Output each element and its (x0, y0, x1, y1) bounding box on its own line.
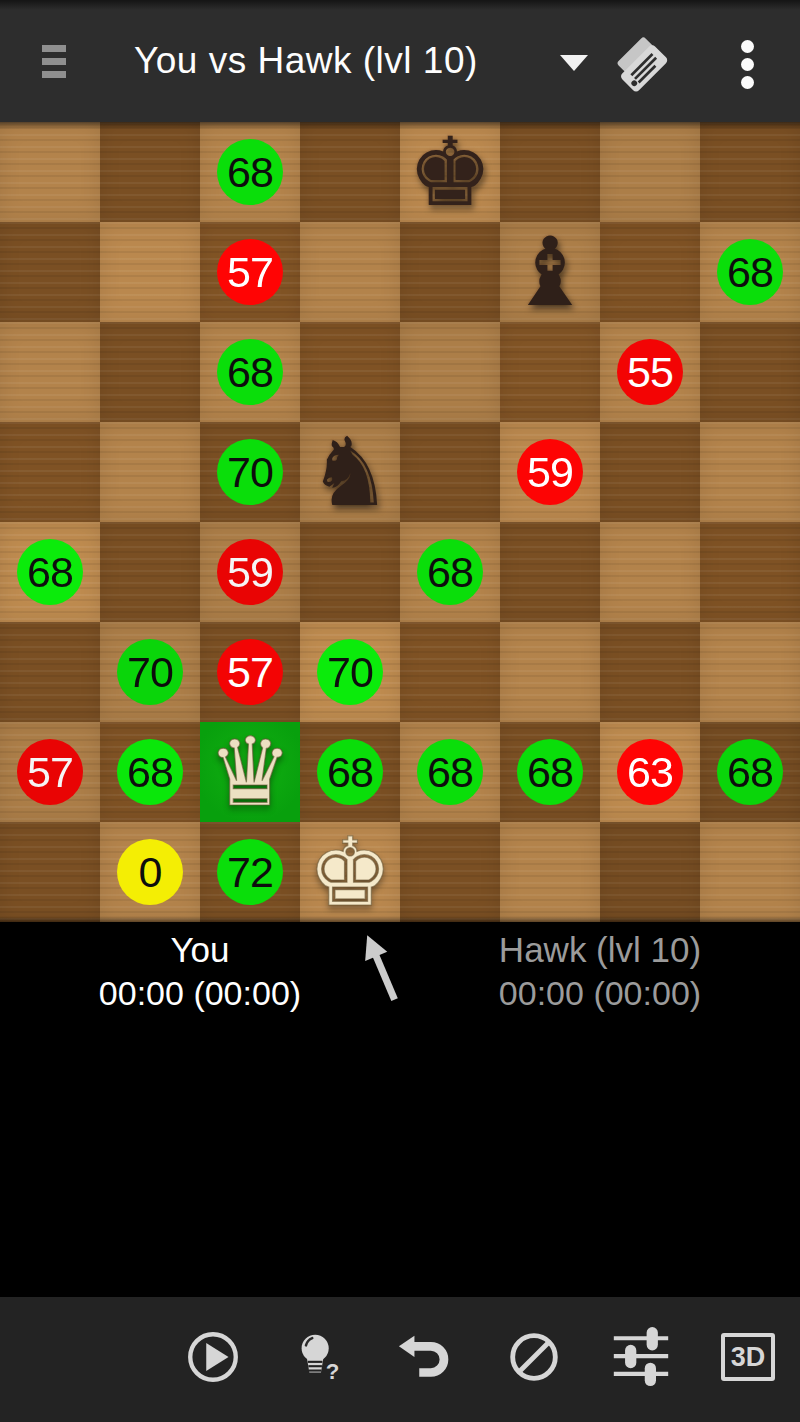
move-hint-g2: 63 (617, 739, 683, 805)
square-g4[interactable] (600, 522, 700, 622)
square-a3[interactable] (0, 622, 100, 722)
piece-white-king: ♚ (300, 822, 400, 922)
square-h7[interactable]: 68 (700, 222, 800, 322)
square-g6[interactable]: 55 (600, 322, 700, 422)
square-h6[interactable] (700, 322, 800, 422)
piece-black-knight: ♞ (300, 422, 400, 522)
move-hint-g6: 55 (617, 339, 683, 405)
square-a6[interactable] (0, 322, 100, 422)
square-b7[interactable] (100, 222, 200, 322)
square-a4[interactable]: 68 (0, 522, 100, 622)
move-hint-c8: 68 (217, 139, 283, 205)
square-g8[interactable] (600, 122, 700, 222)
square-g7[interactable] (600, 222, 700, 322)
square-e5[interactable] (400, 422, 500, 522)
black-player-block: Hawk (lvl 10) 00:00 (00:00) (400, 928, 800, 1014)
square-b5[interactable] (100, 422, 200, 522)
black-player-clock: 00:00 (00:00) (400, 972, 800, 1014)
square-b4[interactable] (100, 522, 200, 622)
square-c5[interactable]: 70 (200, 422, 300, 522)
square-d2[interactable]: 68 (300, 722, 400, 822)
square-g1[interactable] (600, 822, 700, 922)
svg-text:?: ? (326, 1359, 340, 1384)
hamburger-menu-icon[interactable] (42, 45, 66, 78)
square-a8[interactable] (0, 122, 100, 222)
square-f8[interactable] (500, 122, 600, 222)
square-c8[interactable]: 68 (200, 122, 300, 222)
square-h1[interactable] (700, 822, 800, 922)
piece-black-bishop: ♝ (500, 222, 600, 322)
chess-board: 68♚57♝68685570♞596859687057705768♛686868… (0, 122, 800, 922)
square-b6[interactable] (100, 322, 200, 422)
square-e3[interactable] (400, 622, 500, 722)
square-h4[interactable] (700, 522, 800, 622)
move-hint-c5: 70 (217, 439, 283, 505)
piece-white-queen: ♛ (200, 722, 300, 822)
square-h2[interactable]: 68 (700, 722, 800, 822)
square-e4[interactable]: 68 (400, 522, 500, 622)
square-d5[interactable]: ♞ (300, 422, 400, 522)
tags-icon[interactable] (606, 28, 672, 98)
piece-black-king: ♚ (400, 122, 500, 222)
square-f4[interactable] (500, 522, 600, 622)
move-hint-a4: 68 (17, 539, 83, 605)
square-b1[interactable]: 0 (100, 822, 200, 922)
square-c4[interactable]: 59 (200, 522, 300, 622)
move-hint-d3: 70 (317, 639, 383, 705)
move-hint-c3: 57 (217, 639, 283, 705)
bottom-toolbar: ? 3D (0, 1297, 800, 1422)
move-hint-h7: 68 (717, 239, 783, 305)
square-c7[interactable]: 57 (200, 222, 300, 322)
square-e6[interactable] (400, 322, 500, 422)
square-b3[interactable]: 70 (100, 622, 200, 722)
settings-button[interactable] (609, 1325, 673, 1389)
undo-arrow-icon (396, 1326, 458, 1388)
kebab-menu-icon[interactable] (734, 40, 760, 94)
play-button[interactable] (181, 1325, 245, 1389)
move-hint-f2: 68 (517, 739, 583, 805)
abort-button[interactable] (502, 1325, 566, 1389)
move-hint-b2: 68 (117, 739, 183, 805)
square-c3[interactable]: 57 (200, 622, 300, 722)
hint-button[interactable]: ? (288, 1325, 352, 1389)
move-hint-e2: 68 (417, 739, 483, 805)
square-a5[interactable] (0, 422, 100, 522)
square-a2[interactable]: 57 (0, 722, 100, 822)
app-bar: You vs Hawk (lvl 10) (0, 0, 800, 122)
move-hint-c6: 68 (217, 339, 283, 405)
page-title[interactable]: You vs Hawk (lvl 10) (134, 40, 478, 82)
square-f5[interactable]: 59 (500, 422, 600, 522)
undo-button[interactable] (395, 1325, 459, 1389)
square-h5[interactable] (700, 422, 800, 522)
square-g3[interactable] (600, 622, 700, 722)
square-d6[interactable] (300, 322, 400, 422)
move-hint-h2: 68 (717, 739, 783, 805)
player-info-panel: You 00:00 (00:00) Hawk (lvl 10) 00:00 (0… (0, 922, 800, 1297)
play-circle-icon (182, 1326, 244, 1388)
move-hint-b1: 0 (117, 839, 183, 905)
move-hint-c1: 72 (217, 839, 283, 905)
chess-app-screen: You vs Hawk (lvl 10) 68♚57♝68685570♞5968… (0, 0, 800, 1422)
square-h3[interactable] (700, 622, 800, 722)
dropdown-caret-icon[interactable] (560, 55, 588, 71)
square-h8[interactable] (700, 122, 800, 222)
square-d8[interactable] (300, 122, 400, 222)
square-f1[interactable] (500, 822, 600, 922)
square-c6[interactable]: 68 (200, 322, 300, 422)
move-hint-f5: 59 (517, 439, 583, 505)
black-player-name: Hawk (lvl 10) (400, 928, 800, 972)
square-d1[interactable]: ♚ (300, 822, 400, 922)
square-e1[interactable] (400, 822, 500, 922)
square-d3[interactable]: 70 (300, 622, 400, 722)
square-a1[interactable] (0, 822, 100, 922)
move-hint-c4: 59 (217, 539, 283, 605)
move-hint-e4: 68 (417, 539, 483, 605)
move-hint-c7: 57 (217, 239, 283, 305)
square-c1[interactable]: 72 (200, 822, 300, 922)
square-e7[interactable] (400, 222, 500, 322)
square-b8[interactable] (100, 122, 200, 222)
square-e8[interactable]: ♚ (400, 122, 500, 222)
move-hint-b3: 70 (117, 639, 183, 705)
square-a7[interactable] (0, 222, 100, 322)
square-c2[interactable]: ♛ (200, 722, 300, 822)
square-f2[interactable]: 68 (500, 722, 600, 822)
square-d7[interactable] (300, 222, 400, 322)
square-f3[interactable] (500, 622, 600, 722)
square-b2[interactable]: 68 (100, 722, 200, 822)
view-3d-label: 3D (721, 1333, 775, 1381)
square-e2[interactable]: 68 (400, 722, 500, 822)
sliders-icon (611, 1326, 671, 1388)
view-3d-button[interactable]: 3D (716, 1325, 780, 1389)
move-hint-a2: 57 (17, 739, 83, 805)
square-f7[interactable]: ♝ (500, 222, 600, 322)
move-hint-d2: 68 (317, 739, 383, 805)
lightbulb-question-icon: ? (289, 1326, 351, 1388)
square-g5[interactable] (600, 422, 700, 522)
square-d4[interactable] (300, 522, 400, 622)
square-g2[interactable]: 63 (600, 722, 700, 822)
block-icon (503, 1326, 565, 1388)
square-f6[interactable] (500, 322, 600, 422)
